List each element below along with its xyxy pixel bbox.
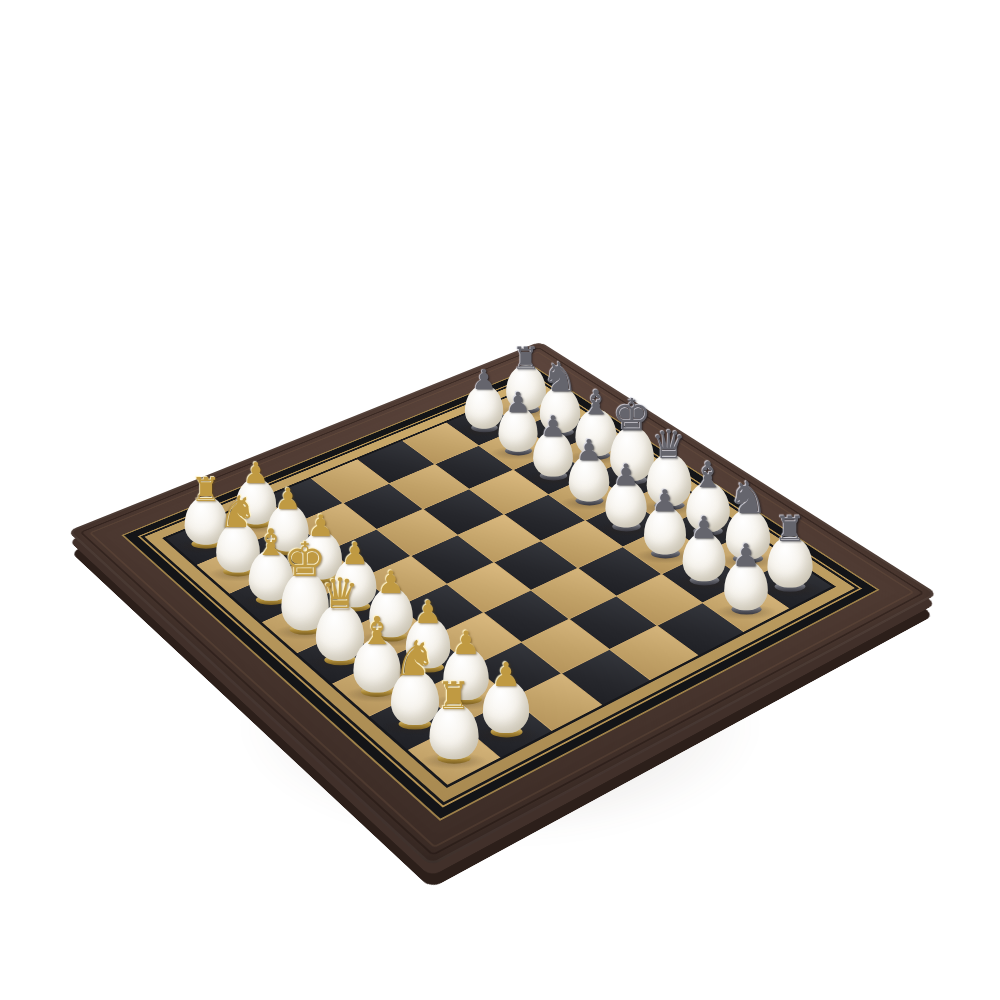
scene (0, 0, 1000, 1000)
product-photo-canvas: ♜♞♝♚♛♝♞♜♟♟♟♟♟♟♟♟♟♟♟♟♟♟♟♟♜♞♝♚♛♝♞♜ (0, 0, 1000, 1000)
chess-board (67, 342, 938, 867)
board-top-face (67, 342, 938, 867)
